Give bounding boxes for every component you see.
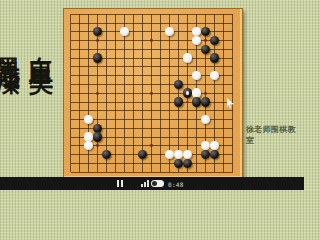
star-point <box>150 144 153 147</box>
black-stone <box>93 27 102 36</box>
black-stone <box>93 132 102 141</box>
equalizer-icon[interactable] <box>141 180 149 187</box>
black-stone <box>201 27 210 36</box>
white-player-column: 白王星昊 <box>28 38 54 56</box>
watermark: 徐老师围棋教室 <box>246 124 304 146</box>
star-point <box>96 39 99 42</box>
black-stone <box>102 150 111 159</box>
white-stone <box>192 27 201 36</box>
grid-line <box>71 110 233 111</box>
black-stone <box>201 45 210 54</box>
star-point <box>96 144 99 147</box>
black-stone <box>183 159 192 168</box>
star-point <box>150 39 153 42</box>
star-point <box>204 39 207 42</box>
grid-line <box>71 172 233 173</box>
white-stone <box>174 150 183 159</box>
capture-dot-marker <box>186 101 189 104</box>
white-stone <box>210 71 219 80</box>
black-stone <box>192 97 201 106</box>
white-stone <box>183 53 192 62</box>
grid-line <box>223 14 224 172</box>
danmaku-toggle[interactable] <box>151 180 164 187</box>
white-stone <box>183 150 192 159</box>
grid-line <box>178 14 179 172</box>
white-stone <box>84 141 93 150</box>
white-stone <box>120 27 129 36</box>
black-stone <box>210 36 219 45</box>
black-stone <box>210 150 219 159</box>
black-stone <box>210 53 219 62</box>
white-stone <box>192 36 201 45</box>
star-point <box>204 92 207 95</box>
grid-line <box>71 163 233 164</box>
pause-icon[interactable] <box>117 180 123 187</box>
grid-line <box>232 14 233 172</box>
white-stone <box>165 150 174 159</box>
video-frame: { "game": "go", "board_size": 19, "playe… <box>0 0 304 190</box>
black-stone <box>201 97 210 106</box>
grid-line <box>160 14 161 172</box>
white-stone <box>165 27 174 36</box>
go-board <box>63 8 243 178</box>
video-control-bar[interactable]: 0:48 <box>0 177 304 190</box>
black-player-column: 黑元晟溱 <box>0 38 21 56</box>
white-stone <box>192 71 201 80</box>
black-stone <box>174 159 183 168</box>
black-stone <box>174 80 183 89</box>
black-stone <box>174 97 183 106</box>
black-stone <box>138 150 147 159</box>
black-stone <box>93 53 102 62</box>
star-point <box>150 92 153 95</box>
time-label: 0:48 <box>168 181 184 188</box>
white-stone <box>84 115 93 124</box>
white-stone <box>201 115 210 124</box>
black-stone <box>201 150 210 159</box>
grid-line <box>169 14 170 172</box>
star-point <box>96 92 99 95</box>
